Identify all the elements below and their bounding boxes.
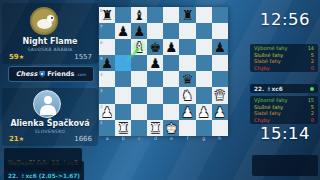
piece-black-queen-f4[interactable]: ♛ bbox=[179, 71, 195, 87]
square-g7[interactable] bbox=[196, 23, 212, 39]
piece-black-bishop-c8[interactable]: ♝ bbox=[131, 7, 147, 23]
rank-label-1: 1 bbox=[100, 120, 103, 125]
square-a8[interactable]: 8♜ bbox=[99, 7, 115, 23]
square-e2[interactable] bbox=[163, 104, 179, 120]
site-logo[interactable]: Chess Friends .com bbox=[8, 66, 94, 82]
shield-icon bbox=[39, 71, 45, 78]
square-d3[interactable] bbox=[147, 87, 163, 103]
square-g5[interactable] bbox=[196, 55, 212, 71]
square-c4[interactable] bbox=[131, 71, 147, 87]
rank-label-7: 7 bbox=[100, 24, 103, 29]
square-a6[interactable]: 6 bbox=[99, 39, 115, 55]
square-h8[interactable] bbox=[212, 7, 228, 23]
player-name-top: Night Flame bbox=[2, 37, 98, 46]
square-e4[interactable] bbox=[163, 71, 179, 87]
square-e5[interactable] bbox=[163, 55, 179, 71]
logo-text-com: .com bbox=[76, 72, 86, 77]
square-h7[interactable] bbox=[212, 23, 228, 39]
square-b6[interactable] bbox=[115, 39, 131, 55]
stat-row-3: Chyby0 bbox=[250, 65, 318, 72]
chess-board[interactable]: 8♜♝♜7♟♟6♝♚♟♟5♟♟4♛3♞♛2♟♟♟♟1♜♜♚ bbox=[99, 7, 228, 136]
bottom-right-panel bbox=[252, 155, 318, 176]
piece-white-pawn-f2[interactable]: ♟ bbox=[179, 104, 195, 120]
stat-label: Chyby bbox=[254, 117, 270, 124]
piece-black-rook-f8[interactable]: ♜ bbox=[179, 7, 195, 23]
square-f5[interactable] bbox=[179, 55, 195, 71]
square-e3[interactable] bbox=[163, 87, 179, 103]
square-f8[interactable]: ♜ bbox=[179, 7, 195, 23]
file-label-c: c bbox=[131, 136, 147, 141]
square-d5[interactable]: ♟ bbox=[147, 55, 163, 71]
file-label-d: d bbox=[147, 136, 163, 141]
stat-value: 0 bbox=[311, 117, 314, 124]
square-d8[interactable] bbox=[147, 7, 163, 23]
square-f4[interactable]: ♛ bbox=[179, 71, 195, 87]
player-rating-top: 1557 bbox=[74, 53, 92, 61]
player-stars-top: 59★ bbox=[9, 53, 24, 61]
piece-black-pawn-c7[interactable]: ♟ bbox=[131, 23, 147, 39]
logo-text-friends: Friends bbox=[47, 70, 74, 78]
square-a3[interactable]: 3 bbox=[99, 87, 115, 103]
square-c1[interactable] bbox=[131, 120, 147, 136]
rank-label-4: 4 bbox=[100, 72, 103, 77]
square-b8[interactable] bbox=[115, 7, 131, 23]
square-h2[interactable]: ♟ bbox=[212, 104, 228, 120]
clock-bottom-player: 15:14 bbox=[253, 124, 317, 143]
star-icon: ★ bbox=[19, 135, 24, 142]
square-a4[interactable]: 4 bbox=[99, 71, 115, 87]
square-h3[interactable]: ♛ bbox=[212, 87, 228, 103]
stat-row-3: Chyby0 bbox=[250, 117, 318, 124]
square-b4[interactable] bbox=[115, 71, 131, 87]
square-f2[interactable]: ♟ bbox=[179, 104, 195, 120]
square-h1[interactable] bbox=[212, 120, 228, 136]
rank-label-6: 6 bbox=[100, 40, 103, 45]
square-h6[interactable]: ♟ bbox=[212, 39, 228, 55]
square-c7[interactable]: ♟ bbox=[131, 23, 147, 39]
piece-black-pawn-d5[interactable]: ♟ bbox=[147, 55, 163, 71]
file-label-g: g bbox=[196, 136, 212, 141]
rank-label-5: 5 bbox=[100, 56, 103, 61]
square-b7[interactable]: ♟ bbox=[115, 23, 131, 39]
piece-white-pawn-h2[interactable]: ♟ bbox=[212, 104, 228, 120]
square-a1[interactable]: 1 bbox=[99, 120, 115, 136]
player-card-bottom: Alienka Špačková SLOVENSKO 21★ 1666 bbox=[2, 88, 98, 146]
person-silhouette-icon bbox=[44, 96, 52, 104]
player-country-bottom: SLOVENSKO bbox=[2, 129, 98, 134]
piece-white-pawn-g2[interactable]: ♟ bbox=[196, 104, 212, 120]
file-label-e: e bbox=[163, 136, 179, 141]
game-screen: Night Flame SAUDSKÁ ARÁBIA 59★ 1557 Ches… bbox=[0, 0, 320, 180]
avatar-top-player[interactable] bbox=[30, 7, 58, 35]
square-e1[interactable]: ♚ bbox=[163, 120, 179, 136]
square-f7[interactable] bbox=[179, 23, 195, 39]
file-label-b: b bbox=[115, 136, 131, 141]
current-move-header[interactable]: 22. ♗xc6 bbox=[250, 84, 318, 93]
square-g8[interactable] bbox=[196, 7, 212, 23]
square-a7[interactable]: 7 bbox=[99, 23, 115, 39]
file-label-f: f bbox=[180, 136, 196, 141]
good-move-dot-icon bbox=[310, 87, 314, 91]
square-g6[interactable] bbox=[196, 39, 212, 55]
square-d2[interactable] bbox=[147, 104, 163, 120]
file-label-a: a bbox=[99, 136, 115, 141]
square-e7[interactable] bbox=[163, 23, 179, 39]
star-icon: ★ bbox=[19, 53, 24, 60]
file-label-h: h bbox=[212, 136, 228, 141]
logo-text-chess: Chess bbox=[16, 70, 38, 78]
current-move-text: 22. ♗xc6 bbox=[254, 86, 283, 92]
rank-label-2: 2 bbox=[100, 104, 103, 109]
square-f1[interactable] bbox=[179, 120, 195, 136]
square-c5[interactable] bbox=[131, 55, 147, 71]
square-g3[interactable] bbox=[196, 87, 212, 103]
piece-white-knight-f3[interactable]: ♞ bbox=[179, 87, 195, 103]
piece-white-queen-h3[interactable]: ♛ bbox=[212, 87, 228, 103]
piece-black-pawn-e6[interactable]: ♟ bbox=[163, 39, 179, 55]
piece-white-king-e1[interactable]: ♚ bbox=[163, 120, 179, 136]
player-card-top: Night Flame SAUDSKÁ ARÁBIA 59★ 1557 bbox=[2, 3, 98, 64]
avatar-bottom-player[interactable] bbox=[33, 90, 61, 118]
square-d4[interactable] bbox=[147, 71, 163, 87]
rank-label-3: 3 bbox=[100, 88, 103, 93]
square-c8[interactable]: ♝ bbox=[131, 7, 147, 23]
piece-black-pawn-h6[interactable]: ♟ bbox=[212, 39, 228, 55]
square-c2[interactable] bbox=[131, 104, 147, 120]
clock-top-player: 12:56 bbox=[253, 10, 317, 29]
move-quality-table-top: Výborné ťahy14Slušné ťahy5Slabé ťahy2Chy… bbox=[250, 44, 318, 72]
player-country-top: SAUDSKÁ ARÁBIA bbox=[2, 47, 98, 52]
piece-black-king-d6[interactable]: ♚ bbox=[147, 39, 163, 55]
piece-white-rook-d1[interactable]: ♜ bbox=[147, 120, 163, 136]
rank-label-8: 8 bbox=[100, 8, 103, 13]
square-e6[interactable]: ♟ bbox=[163, 39, 179, 55]
played-move-caption: 22. ♗xc6 (2.05->1.67) bbox=[4, 161, 84, 180]
square-d6[interactable]: ♚ bbox=[147, 39, 163, 55]
square-g1[interactable] bbox=[196, 120, 212, 136]
player-name-bottom: Alienka Špačková bbox=[2, 119, 98, 128]
player-rating-bottom: 1666 bbox=[74, 135, 92, 143]
stat-label: Chyby bbox=[254, 65, 270, 72]
square-h4[interactable] bbox=[212, 71, 228, 87]
square-b2[interactable] bbox=[115, 104, 131, 120]
stat-value: 0 bbox=[311, 65, 314, 72]
square-b1[interactable]: ♜ bbox=[115, 120, 131, 136]
piece-black-pawn-b7[interactable]: ♟ bbox=[115, 23, 131, 39]
square-d7[interactable] bbox=[147, 23, 163, 39]
square-c3[interactable] bbox=[131, 87, 147, 103]
square-f6[interactable] bbox=[179, 39, 195, 55]
square-g2[interactable]: ♟ bbox=[196, 104, 212, 120]
square-a2[interactable]: 2♟ bbox=[99, 104, 115, 120]
square-f3[interactable]: ♞ bbox=[179, 87, 195, 103]
square-g4[interactable] bbox=[196, 71, 212, 87]
square-a5[interactable]: 5♟ bbox=[99, 55, 115, 71]
piece-white-rook-b1[interactable]: ♜ bbox=[115, 120, 131, 136]
square-h5[interactable] bbox=[212, 55, 228, 71]
square-b3[interactable] bbox=[115, 87, 131, 103]
player-stars-bottom: 21★ bbox=[9, 135, 24, 143]
square-d1[interactable]: ♜ bbox=[147, 120, 163, 136]
square-e8[interactable] bbox=[163, 7, 179, 23]
move-quality-table-bottom: Výborné ťahy15Slušné ťahy5Slabé ťahy2Chy… bbox=[250, 96, 318, 124]
